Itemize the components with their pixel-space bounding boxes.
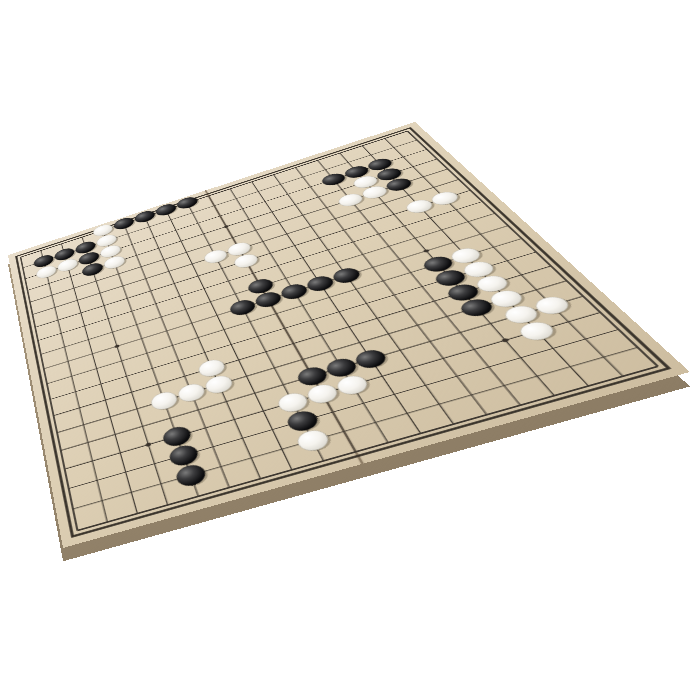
white-stone xyxy=(275,390,311,414)
go-board xyxy=(8,122,690,548)
black-stone xyxy=(279,282,310,302)
go-board-product-photo xyxy=(0,0,700,700)
black-stone xyxy=(284,408,321,433)
stones-layer xyxy=(31,131,632,516)
white-stone xyxy=(176,381,207,404)
white-stone xyxy=(336,192,366,209)
white-stone xyxy=(304,382,341,406)
white-stone xyxy=(203,373,235,396)
black-stone xyxy=(161,424,193,449)
black-stone xyxy=(228,298,258,318)
white-stone xyxy=(403,198,436,216)
board-graphics xyxy=(8,122,690,548)
white-stone xyxy=(149,389,179,412)
black-stone xyxy=(174,462,208,489)
black-stone xyxy=(167,443,200,469)
black-stone xyxy=(304,274,336,294)
white-stone xyxy=(294,427,332,453)
white-stone xyxy=(202,248,229,266)
